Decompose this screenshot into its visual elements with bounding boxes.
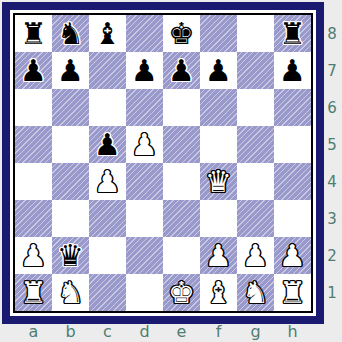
square-c4[interactable]: ♟	[89, 163, 126, 200]
square-d7[interactable]: ♟	[126, 52, 163, 89]
square-a3[interactable]	[15, 200, 52, 237]
square-a1[interactable]: ♜	[15, 274, 52, 311]
rank-label-7: 7	[322, 52, 342, 89]
square-g1[interactable]: ♞	[237, 274, 274, 311]
square-e6[interactable]	[163, 89, 200, 126]
rank-label-3: 3	[322, 200, 342, 237]
piece-black-king[interactable]: ♚	[168, 19, 195, 49]
square-h6[interactable]	[274, 89, 311, 126]
square-g7[interactable]	[237, 52, 274, 89]
file-label-c: c	[89, 321, 126, 342]
file-label-f: f	[200, 321, 237, 342]
square-d5[interactable]: ♟	[126, 126, 163, 163]
square-d1[interactable]	[126, 274, 163, 311]
piece-white-queen[interactable]: ♛	[205, 167, 232, 197]
rank-label-4: 4	[322, 163, 342, 200]
piece-white-pawn[interactable]: ♟	[131, 130, 158, 160]
piece-white-pawn[interactable]: ♟	[279, 241, 306, 271]
square-c7[interactable]	[89, 52, 126, 89]
square-g4[interactable]	[237, 163, 274, 200]
piece-white-pawn[interactable]: ♟	[94, 167, 121, 197]
square-e7[interactable]: ♟	[163, 52, 200, 89]
square-a5[interactable]	[15, 126, 52, 163]
square-c6[interactable]	[89, 89, 126, 126]
square-e1[interactable]: ♚	[163, 274, 200, 311]
square-g3[interactable]	[237, 200, 274, 237]
square-h4[interactable]	[274, 163, 311, 200]
square-h2[interactable]: ♟	[274, 237, 311, 274]
rank-label-5: 5	[322, 126, 342, 163]
piece-white-pawn[interactable]: ♟	[20, 241, 47, 271]
piece-black-pawn[interactable]: ♟	[131, 56, 158, 86]
square-a8[interactable]: ♜	[15, 15, 52, 52]
square-b6[interactable]	[52, 89, 89, 126]
file-label-h: h	[274, 321, 311, 342]
square-b4[interactable]	[52, 163, 89, 200]
square-g6[interactable]	[237, 89, 274, 126]
board-inner-gap: ♜♞♝♚♜♟♟♟♟♟♟♟♟♟♛♟♛♟♟♟♜♞♚♝♞♜	[10, 10, 316, 316]
square-c2[interactable]	[89, 237, 126, 274]
square-e5[interactable]	[163, 126, 200, 163]
square-d3[interactable]	[126, 200, 163, 237]
square-a6[interactable]	[15, 89, 52, 126]
piece-black-rook[interactable]: ♜	[20, 19, 47, 49]
rank-label-2: 2	[322, 237, 342, 274]
square-d2[interactable]	[126, 237, 163, 274]
piece-black-pawn[interactable]: ♟	[57, 56, 84, 86]
square-c5[interactable]: ♟	[89, 126, 126, 163]
square-e8[interactable]: ♚	[163, 15, 200, 52]
square-b1[interactable]: ♞	[52, 274, 89, 311]
square-a4[interactable]	[15, 163, 52, 200]
square-f8[interactable]	[200, 15, 237, 52]
square-g5[interactable]	[237, 126, 274, 163]
square-f6[interactable]	[200, 89, 237, 126]
square-h5[interactable]	[274, 126, 311, 163]
piece-white-rook[interactable]: ♜	[279, 278, 306, 308]
file-label-b: b	[52, 321, 89, 342]
piece-black-pawn[interactable]: ♟	[205, 56, 232, 86]
rank-label-8: 8	[322, 15, 342, 52]
square-f7[interactable]: ♟	[200, 52, 237, 89]
piece-white-rook[interactable]: ♜	[20, 278, 47, 308]
piece-black-pawn[interactable]: ♟	[94, 130, 121, 160]
piece-white-pawn[interactable]: ♟	[205, 241, 232, 271]
square-c3[interactable]	[89, 200, 126, 237]
square-g2[interactable]: ♟	[237, 237, 274, 274]
square-d8[interactable]	[126, 15, 163, 52]
square-a7[interactable]: ♟	[15, 52, 52, 89]
piece-white-knight[interactable]: ♞	[242, 278, 269, 308]
square-e3[interactable]	[163, 200, 200, 237]
piece-white-bishop[interactable]: ♝	[205, 278, 232, 308]
square-c1[interactable]	[89, 274, 126, 311]
chess-board-frame: ♜♞♝♚♜♟♟♟♟♟♟♟♟♟♛♟♛♟♟♟♜♞♚♝♞♜	[2, 2, 324, 324]
square-c8[interactable]: ♝	[89, 15, 126, 52]
square-b7[interactable]: ♟	[52, 52, 89, 89]
file-labels: a b c d e f g h	[15, 321, 311, 342]
square-h8[interactable]: ♜	[274, 15, 311, 52]
file-label-g: g	[237, 321, 274, 342]
piece-white-knight[interactable]: ♞	[57, 278, 84, 308]
piece-black-bishop[interactable]: ♝	[94, 19, 121, 49]
square-e2[interactable]	[163, 237, 200, 274]
chess-diagram-page: { "game": "chess", "position": { "fen": …	[0, 0, 342, 342]
square-g8[interactable]	[237, 15, 274, 52]
piece-black-pawn[interactable]: ♟	[20, 56, 47, 86]
square-d4[interactable]	[126, 163, 163, 200]
square-f5[interactable]	[200, 126, 237, 163]
file-label-d: d	[126, 321, 163, 342]
piece-black-queen[interactable]: ♛	[57, 241, 84, 271]
square-b2[interactable]: ♛	[52, 237, 89, 274]
square-f3[interactable]	[200, 200, 237, 237]
square-h3[interactable]	[274, 200, 311, 237]
rank-label-6: 6	[322, 89, 342, 126]
square-b5[interactable]	[52, 126, 89, 163]
square-d6[interactable]	[126, 89, 163, 126]
piece-white-king[interactable]: ♚	[168, 278, 195, 308]
square-b8[interactable]: ♞	[52, 15, 89, 52]
piece-black-pawn[interactable]: ♟	[168, 56, 195, 86]
square-h1[interactable]: ♜	[274, 274, 311, 311]
piece-black-rook[interactable]: ♜	[279, 19, 306, 49]
square-f2[interactable]: ♟	[200, 237, 237, 274]
piece-white-pawn[interactable]: ♟	[242, 241, 269, 271]
rank-labels: 8 7 6 5 4 3 2 1	[322, 15, 342, 311]
square-e4[interactable]	[163, 163, 200, 200]
square-f1[interactable]: ♝	[200, 274, 237, 311]
piece-black-pawn[interactable]: ♟	[279, 56, 306, 86]
square-h7[interactable]: ♟	[274, 52, 311, 89]
file-label-a: a	[15, 321, 52, 342]
chess-board: ♜♞♝♚♜♟♟♟♟♟♟♟♟♟♛♟♛♟♟♟♜♞♚♝♞♜	[13, 13, 313, 313]
square-f4[interactable]: ♛	[200, 163, 237, 200]
piece-black-knight[interactable]: ♞	[57, 19, 84, 49]
file-label-e: e	[163, 321, 200, 342]
square-a2[interactable]: ♟	[15, 237, 52, 274]
square-b3[interactable]	[52, 200, 89, 237]
rank-label-1: 1	[322, 274, 342, 311]
